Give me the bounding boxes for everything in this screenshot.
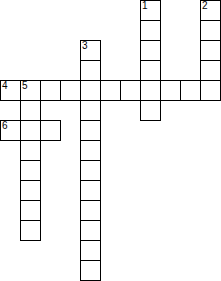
grid-cell-r6c1[interactable] xyxy=(20,120,41,141)
grid-cell-r6c0[interactable] xyxy=(0,120,21,141)
grid-cell-r11c1[interactable] xyxy=(20,220,41,241)
grid-cell-r1c10[interactable] xyxy=(200,20,221,41)
grid-cell-r4c6[interactable] xyxy=(120,80,141,101)
grid-cell-r5c7[interactable] xyxy=(140,100,161,121)
grid-cell-r7c1[interactable] xyxy=(20,140,41,161)
grid-cell-r11c4[interactable] xyxy=(80,220,101,241)
grid-cell-r3c4[interactable] xyxy=(80,60,101,81)
grid-cell-r4c2[interactable] xyxy=(40,80,61,101)
grid-cell-r4c4[interactable] xyxy=(80,80,101,101)
grid-cell-r2c10[interactable] xyxy=(200,40,221,61)
grid-cell-r12c4[interactable] xyxy=(80,240,101,261)
grid-cell-r8c1[interactable] xyxy=(20,160,41,181)
grid-cell-r4c5[interactable] xyxy=(100,80,121,101)
grid-cell-r3c10[interactable] xyxy=(200,60,221,81)
grid-cell-r8c4[interactable] xyxy=(80,160,101,181)
grid-cell-r4c8[interactable] xyxy=(160,80,181,101)
grid-cell-r9c1[interactable] xyxy=(20,180,41,201)
grid-cell-r5c1[interactable] xyxy=(20,100,41,121)
grid-cell-r4c9[interactable] xyxy=(180,80,201,101)
grid-cell-r4c7[interactable] xyxy=(140,80,161,101)
grid-cell-r1c7[interactable] xyxy=(140,20,161,41)
grid-cell-r6c4[interactable] xyxy=(80,120,101,141)
grid-cell-r2c4[interactable] xyxy=(80,40,101,61)
grid-cell-r6c2[interactable] xyxy=(40,120,61,141)
grid-cell-r0c7[interactable] xyxy=(140,0,161,21)
grid-cell-r2c7[interactable] xyxy=(140,40,161,61)
grid-cell-r0c10[interactable] xyxy=(200,0,221,21)
grid-cell-r4c3[interactable] xyxy=(60,80,81,101)
grid-cell-r10c1[interactable] xyxy=(20,200,41,221)
grid-cell-r3c7[interactable] xyxy=(140,60,161,81)
grid-cell-r7c4[interactable] xyxy=(80,140,101,161)
grid-cell-r9c4[interactable] xyxy=(80,180,101,201)
grid-cell-r4c0[interactable] xyxy=(0,80,21,101)
grid-cell-r4c1[interactable] xyxy=(20,80,41,101)
grid-cell-r4c10[interactable] xyxy=(200,80,221,101)
grid-cell-r5c4[interactable] xyxy=(80,100,101,121)
crossword-board: 123456 xyxy=(0,0,221,281)
grid-cell-r10c4[interactable] xyxy=(80,200,101,221)
grid-cell-r13c4[interactable] xyxy=(80,260,101,281)
